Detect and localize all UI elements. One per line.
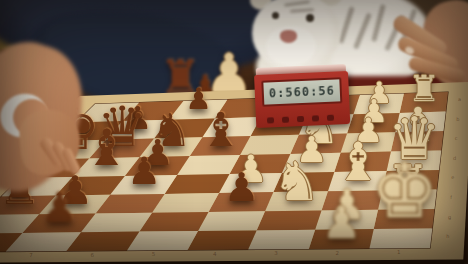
- board-coordinate: 6: [90, 252, 94, 258]
- board-coordinate: g: [448, 214, 451, 221]
- board-coordinate: f: [450, 194, 452, 200]
- piece-white-knight[interactable]: ♞: [273, 155, 321, 209]
- board-coordinate: 4: [213, 251, 217, 257]
- clock-time-right: 0:56: [302, 84, 335, 99]
- board-square[interactable]: [248, 230, 315, 250]
- board-square[interactable]: [188, 230, 257, 250]
- piece-white-king[interactable]: ♚: [371, 155, 438, 230]
- board-coordinate: a: [458, 96, 461, 102]
- board-square[interactable]: [198, 211, 265, 231]
- piece-black-pawn[interactable]: ♟: [127, 152, 161, 190]
- board-coordinate: h: [446, 233, 449, 239]
- board-coordinate: 1: [397, 249, 401, 255]
- board-coordinate: c: [455, 135, 458, 141]
- chess-clock[interactable]: 0:56 0:56: [254, 64, 351, 128]
- piece-white-pawn[interactable]: ♟: [322, 201, 361, 245]
- clock-time-left: 0:56: [269, 85, 302, 100]
- board-coordinate: b: [456, 116, 459, 122]
- board-coordinate: 2: [336, 250, 340, 256]
- piece-black-pawn[interactable]: ♟: [224, 168, 260, 208]
- board-coordinate: 3: [274, 250, 278, 256]
- scene: 0:56 0:56 ♜ ♟ ♟ abcdefgh12345678 ♚♜♟♛♝♟♟…: [0, 0, 468, 264]
- board-square[interactable]: [257, 211, 322, 231]
- board-coordinate: d: [453, 155, 456, 161]
- piece-black-pawn[interactable]: ♟: [41, 187, 78, 229]
- board-coordinate: e: [451, 174, 454, 180]
- clock-display: 0:56 0:56: [261, 77, 342, 106]
- board-coordinate: 5: [152, 251, 156, 257]
- board-coordinate: 7: [29, 252, 33, 258]
